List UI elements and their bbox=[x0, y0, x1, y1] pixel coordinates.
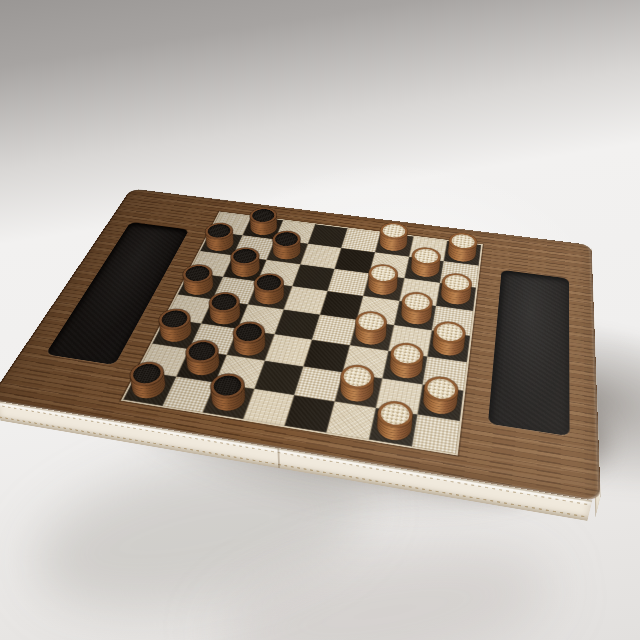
square-r7-c7[interactable] bbox=[412, 414, 460, 453]
square-r7-c4[interactable] bbox=[284, 395, 334, 433]
checkers-board bbox=[0, 206, 596, 522]
scene bbox=[0, 0, 640, 640]
fold-seam bbox=[277, 448, 280, 469]
photo-backdrop bbox=[0, 0, 640, 640]
captured-pieces-tray-right bbox=[488, 270, 570, 436]
square-r7-c5[interactable] bbox=[326, 401, 376, 439]
